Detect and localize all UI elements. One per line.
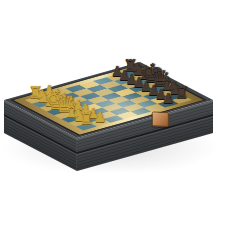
clasp: [152, 111, 169, 127]
chess-set-product-photo: ♜♞♝♛♚♝♞♜♟♟♟♟♟♟♟♟♟♟♟♟♟♟♟♟♜♞♝♛♚♝♞♜: [0, 0, 228, 228]
